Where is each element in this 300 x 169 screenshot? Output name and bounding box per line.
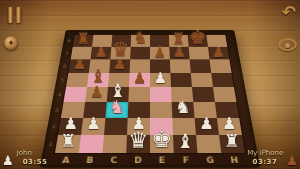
- pause-icon: [16, 7, 21, 23]
- file-label-A: A: [53, 155, 79, 167]
- black-pawn-c6[interactable]: ♟: [113, 57, 126, 71]
- square-d7[interactable]: [130, 47, 150, 60]
- square-c2[interactable]: [104, 118, 128, 135]
- white-queen-d1[interactable]: ♛: [128, 129, 148, 151]
- square-f6[interactable]: [170, 59, 191, 72]
- pause-button[interactable]: [8, 7, 23, 23]
- black-king-g8[interactable]: ♚: [189, 28, 206, 47]
- file-label-G: G: [198, 155, 223, 167]
- white-pawn-g2[interactable]: ♟: [199, 116, 214, 132]
- square-e4[interactable]: [150, 87, 172, 102]
- white-player-panel: ♟ John 03:55: [2, 149, 47, 167]
- undo-button[interactable]: ↶: [282, 2, 296, 22]
- file-label-D: D: [126, 155, 150, 167]
- black-player-clock: 03:37: [247, 158, 283, 166]
- black-pawn-a6[interactable]: ♟: [73, 57, 86, 71]
- square-a5[interactable]: [66, 73, 89, 87]
- white-pawn-icon: ♟: [2, 154, 14, 167]
- hint-button[interactable]: ✦: [4, 36, 18, 50]
- white-pawn-e5[interactable]: ♟: [154, 71, 167, 86]
- compass-star-icon: ✦: [7, 38, 15, 48]
- file-label-F: F: [174, 155, 199, 167]
- white-player-clock: 03:55: [17, 158, 48, 166]
- square-g4[interactable]: [192, 87, 215, 102]
- black-pawn-f7[interactable]: ♟: [173, 45, 186, 59]
- square-g5[interactable]: [191, 73, 213, 87]
- white-knight-f3[interactable]: ♞: [175, 98, 191, 116]
- square-a4[interactable]: [63, 87, 87, 102]
- square-h6[interactable]: [210, 59, 232, 72]
- file-label-C: C: [101, 155, 126, 167]
- square-d4[interactable]: [128, 87, 150, 102]
- file-label-E: E: [150, 155, 174, 167]
- black-pawn-b7[interactable]: ♟: [95, 45, 108, 59]
- undo-arrow-icon: ↶: [282, 2, 296, 22]
- black-pawn-b4[interactable]: ♟: [90, 85, 104, 100]
- file-labels: ABCDEFGH: [53, 155, 248, 167]
- black-pawn-d5[interactable]: ♟: [133, 71, 146, 86]
- view-button[interactable]: [278, 38, 297, 51]
- file-label-H: H: [222, 155, 248, 167]
- square-h5[interactable]: [211, 73, 234, 87]
- square-c1[interactable]: [102, 135, 127, 153]
- square-g6[interactable]: [190, 59, 212, 72]
- black-player-name: My iPhone: [247, 149, 283, 157]
- square-f5[interactable]: [170, 73, 192, 87]
- pause-icon: [8, 7, 13, 23]
- file-label-B: B: [77, 155, 102, 167]
- square-b1[interactable]: [79, 135, 104, 153]
- white-pawn-b2[interactable]: ♟: [86, 116, 101, 132]
- square-e3[interactable]: [150, 102, 172, 118]
- white-rook-a1[interactable]: ♜: [60, 132, 76, 150]
- chess-app-screen: ABCDEFGH 12345678 ♜♛♚♝♜♟♟♟♟♟♞♞♝♟♟♝♟♟♟♟♛♟…: [0, 0, 300, 169]
- square-h4[interactable]: [213, 87, 237, 102]
- black-player-panel: ♟ My iPhone 03:37: [247, 149, 298, 167]
- white-king-e1[interactable]: ♚: [151, 128, 172, 151]
- white-knight-c3[interactable]: ♞: [109, 98, 125, 116]
- black-rook-a8[interactable]: ♜: [77, 32, 90, 47]
- black-pawn-icon: ♟: [286, 154, 298, 167]
- black-knight-d8[interactable]: ♞: [134, 31, 148, 46]
- white-rook-h1[interactable]: ♜: [224, 132, 240, 150]
- white-bishop-f1[interactable]: ♝: [176, 130, 194, 150]
- black-pawn-h7[interactable]: ♟: [212, 45, 225, 59]
- black-pawn-e7[interactable]: ♟: [154, 45, 167, 59]
- white-player-name: John: [17, 149, 48, 157]
- square-g1[interactable]: [196, 135, 221, 153]
- eye-pupil-icon: [285, 43, 290, 48]
